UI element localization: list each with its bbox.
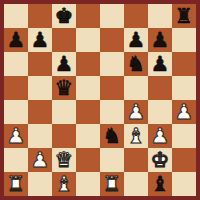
square-a3[interactable]: ♟ (4, 124, 28, 148)
chess-diagram: ♚♜♟♟♟♟♟♞♟♛♟♟♟♞♝♟♟♛♚♜♝♜♝ (0, 0, 200, 200)
square-h2[interactable] (172, 148, 196, 172)
square-d7[interactable] (76, 28, 100, 52)
square-e6[interactable] (100, 52, 124, 76)
square-h5[interactable] (172, 76, 196, 100)
square-e8[interactable] (100, 4, 124, 28)
square-a2[interactable] (4, 148, 28, 172)
square-e5[interactable] (100, 76, 124, 100)
square-g8[interactable] (148, 4, 172, 28)
square-c4[interactable] (52, 100, 76, 124)
square-f2[interactable] (124, 148, 148, 172)
square-a6[interactable] (4, 52, 28, 76)
square-b6[interactable] (28, 52, 52, 76)
square-f7[interactable]: ♟ (124, 28, 148, 52)
square-d2[interactable] (76, 148, 100, 172)
piece-white-bishop: ♝ (127, 124, 146, 148)
square-e3[interactable]: ♞ (100, 124, 124, 148)
square-h3[interactable] (172, 124, 196, 148)
piece-black-pawn: ♟ (55, 52, 74, 76)
square-g2[interactable]: ♚ (148, 148, 172, 172)
piece-white-bishop: ♝ (55, 172, 74, 196)
square-e1[interactable]: ♜ (100, 172, 124, 196)
piece-black-knight: ♞ (103, 124, 122, 148)
square-d6[interactable] (76, 52, 100, 76)
square-a4[interactable] (4, 100, 28, 124)
square-d1[interactable] (76, 172, 100, 196)
piece-white-rook: ♜ (103, 172, 122, 196)
square-f5[interactable] (124, 76, 148, 100)
piece-black-pawn: ♟ (127, 28, 146, 52)
square-f4[interactable]: ♟ (124, 100, 148, 124)
square-f6[interactable]: ♞ (124, 52, 148, 76)
square-b7[interactable]: ♟ (28, 28, 52, 52)
square-g6[interactable]: ♟ (148, 52, 172, 76)
square-e4[interactable] (100, 100, 124, 124)
square-g1[interactable]: ♝ (148, 172, 172, 196)
piece-white-pawn: ♟ (175, 100, 194, 124)
square-a5[interactable] (4, 76, 28, 100)
piece-black-bishop: ♝ (151, 172, 170, 196)
piece-black-pawn: ♟ (7, 28, 26, 52)
piece-white-rook: ♜ (7, 172, 26, 196)
square-f3[interactable]: ♝ (124, 124, 148, 148)
piece-black-pawn: ♟ (31, 28, 50, 52)
square-h4[interactable]: ♟ (172, 100, 196, 124)
square-d8[interactable] (76, 4, 100, 28)
piece-black-rook: ♜ (175, 4, 194, 28)
square-h7[interactable] (172, 28, 196, 52)
piece-white-pawn: ♟ (127, 100, 146, 124)
square-f1[interactable] (124, 172, 148, 196)
square-a8[interactable] (4, 4, 28, 28)
piece-white-pawn: ♟ (31, 148, 50, 172)
square-b3[interactable] (28, 124, 52, 148)
square-b1[interactable] (28, 172, 52, 196)
square-b4[interactable] (28, 100, 52, 124)
square-c2[interactable]: ♛ (52, 148, 76, 172)
square-h8[interactable]: ♜ (172, 4, 196, 28)
square-a1[interactable]: ♜ (4, 172, 28, 196)
square-d4[interactable] (76, 100, 100, 124)
piece-black-king: ♚ (55, 4, 74, 28)
piece-white-pawn: ♟ (7, 124, 26, 148)
piece-black-pawn: ♟ (151, 28, 170, 52)
square-c6[interactable]: ♟ (52, 52, 76, 76)
square-b2[interactable]: ♟ (28, 148, 52, 172)
square-e7[interactable] (100, 28, 124, 52)
piece-white-queen: ♛ (55, 148, 74, 172)
square-b8[interactable] (28, 4, 52, 28)
square-e2[interactable] (100, 148, 124, 172)
chess-board: ♚♜♟♟♟♟♟♞♟♛♟♟♟♞♝♟♟♛♚♜♝♜♝ (0, 0, 200, 200)
square-d5[interactable] (76, 76, 100, 100)
piece-white-king: ♚ (151, 148, 170, 172)
square-c5[interactable]: ♛ (52, 76, 76, 100)
square-c3[interactable] (52, 124, 76, 148)
piece-black-knight: ♞ (127, 52, 146, 76)
square-g7[interactable]: ♟ (148, 28, 172, 52)
square-f8[interactable] (124, 4, 148, 28)
square-a7[interactable]: ♟ (4, 28, 28, 52)
square-c1[interactable]: ♝ (52, 172, 76, 196)
square-h1[interactable] (172, 172, 196, 196)
square-h6[interactable] (172, 52, 196, 76)
square-g5[interactable] (148, 76, 172, 100)
square-d3[interactable] (76, 124, 100, 148)
square-g4[interactable] (148, 100, 172, 124)
piece-white-pawn: ♟ (151, 124, 170, 148)
square-g3[interactable]: ♟ (148, 124, 172, 148)
piece-black-queen: ♛ (55, 76, 74, 100)
piece-black-pawn: ♟ (151, 52, 170, 76)
square-b5[interactable] (28, 76, 52, 100)
square-c7[interactable] (52, 28, 76, 52)
square-c8[interactable]: ♚ (52, 4, 76, 28)
